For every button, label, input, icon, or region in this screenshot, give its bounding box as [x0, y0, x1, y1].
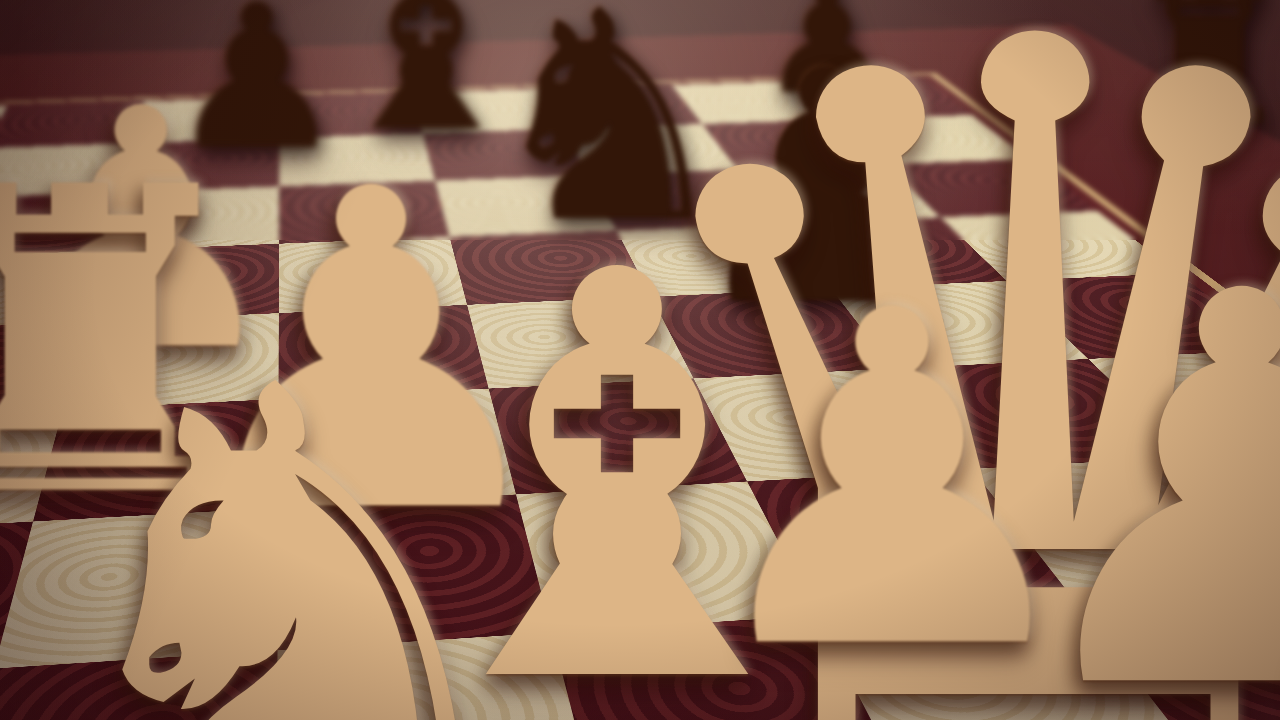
vignette-overlay — [0, 0, 1280, 720]
chessboard-photo-scene: ♟♜♝♟♞♟♟♜♟♛♝♟♟♟♞ — [0, 0, 1280, 720]
